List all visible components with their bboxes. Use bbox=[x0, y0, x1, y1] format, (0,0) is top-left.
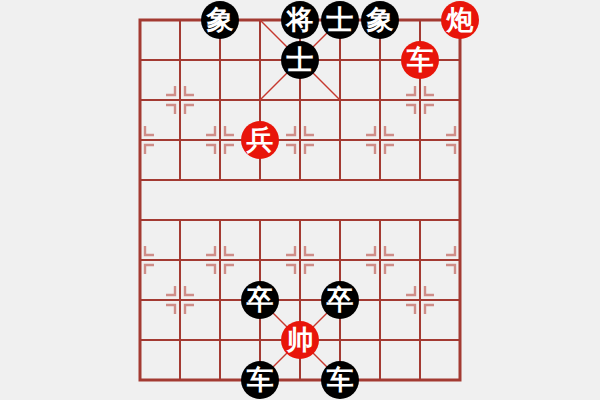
piece-black-general[interactable]: 将 bbox=[281, 1, 319, 39]
piece-black-pawn-left[interactable]: 卒 bbox=[241, 281, 279, 319]
piece-red-general[interactable]: 帅 bbox=[281, 321, 319, 359]
xiangqi-board: 象将士象炮士车兵卒卒帅车车 bbox=[120, 0, 480, 400]
piece-black-advisor-center[interactable]: 士 bbox=[281, 41, 319, 79]
piece-black-elephant-right[interactable]: 象 bbox=[361, 1, 399, 39]
xiangqi-diagram: 象将士象炮士车兵卒卒帅车车 bbox=[0, 0, 600, 400]
piece-black-chariot-right[interactable]: 车 bbox=[321, 361, 359, 399]
piece-red-chariot[interactable]: 车 bbox=[401, 41, 439, 79]
piece-red-pawn[interactable]: 兵 bbox=[241, 121, 279, 159]
piece-red-cannon[interactable]: 炮 bbox=[441, 1, 479, 39]
piece-black-chariot-left[interactable]: 车 bbox=[241, 361, 279, 399]
piece-black-elephant-left[interactable]: 象 bbox=[201, 1, 239, 39]
piece-black-advisor-right[interactable]: 士 bbox=[321, 1, 359, 39]
piece-black-pawn-right[interactable]: 卒 bbox=[321, 281, 359, 319]
